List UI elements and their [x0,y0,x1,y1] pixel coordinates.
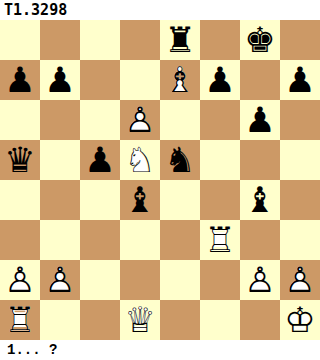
square-h8[interactable] [280,20,320,60]
square-g3[interactable] [240,220,280,260]
chess-board: ♜♚♟♟♝♗♟♟♟♙♟♛♟♞♘♞♝♝♜♖♟♙♟♙♟♙♟♙♜♖♛♕♚♔ [0,20,320,340]
square-b3[interactable] [40,220,80,260]
square-b8[interactable] [40,20,80,60]
piece-white-queen: ♕ [120,300,160,340]
square-c8[interactable] [80,20,120,60]
square-g2[interactable]: ♟♙ [240,260,280,300]
square-a8[interactable] [0,20,40,60]
piece-black-pawn: ♟ [240,100,280,140]
square-g1[interactable] [240,300,280,340]
square-e5[interactable]: ♞ [160,140,200,180]
square-d6[interactable]: ♟♙ [120,100,160,140]
square-g5[interactable] [240,140,280,180]
square-e6[interactable] [160,100,200,140]
square-h7[interactable]: ♟ [280,60,320,100]
square-b2[interactable]: ♟♙ [40,260,80,300]
square-f1[interactable] [200,300,240,340]
piece-white-knight: ♘ [120,140,160,180]
square-f6[interactable] [200,100,240,140]
piece-black-king: ♚ [240,20,280,60]
square-d7[interactable] [120,60,160,100]
piece-white-rook: ♖ [200,220,240,260]
square-a1[interactable]: ♜♖ [0,300,40,340]
square-c4[interactable] [80,180,120,220]
square-h4[interactable] [280,180,320,220]
piece-white-pawn: ♙ [0,260,40,300]
square-h3[interactable] [280,220,320,260]
piece-white-pawn: ♙ [240,260,280,300]
piece-white-pawn: ♙ [40,260,80,300]
square-a5[interactable]: ♛ [0,140,40,180]
square-c1[interactable] [80,300,120,340]
square-b4[interactable] [40,180,80,220]
square-a3[interactable] [0,220,40,260]
square-g6[interactable]: ♟ [240,100,280,140]
square-d8[interactable] [120,20,160,60]
piece-black-pawn: ♟ [80,140,120,180]
square-e3[interactable] [160,220,200,260]
square-h6[interactable] [280,100,320,140]
square-f5[interactable] [200,140,240,180]
title-bar: T1.3298 [0,0,320,20]
square-f4[interactable] [200,180,240,220]
puzzle-title: T1.3298 [4,1,67,19]
square-d4[interactable]: ♝ [120,180,160,220]
square-g7[interactable] [240,60,280,100]
square-b5[interactable] [40,140,80,180]
move-prompt: 1... ? [7,342,57,358]
footer-bar: 1... ? [0,340,320,360]
square-e4[interactable] [160,180,200,220]
piece-white-bishop: ♗ [160,60,200,100]
square-a2[interactable]: ♟♙ [0,260,40,300]
square-c5[interactable]: ♟ [80,140,120,180]
piece-white-rook: ♖ [0,300,40,340]
square-b7[interactable]: ♟ [40,60,80,100]
square-h1[interactable]: ♚♔ [280,300,320,340]
square-f8[interactable] [200,20,240,60]
square-f3[interactable]: ♜♖ [200,220,240,260]
square-c6[interactable] [80,100,120,140]
square-c2[interactable] [80,260,120,300]
square-d1[interactable]: ♛♕ [120,300,160,340]
square-h5[interactable] [280,140,320,180]
square-e8[interactable]: ♜ [160,20,200,60]
piece-black-pawn: ♟ [40,60,80,100]
piece-black-bishop: ♝ [240,180,280,220]
piece-white-pawn: ♙ [280,260,320,300]
square-a7[interactable]: ♟ [0,60,40,100]
square-e2[interactable] [160,260,200,300]
chess-puzzle-app: T1.3298 ♜♚♟♟♝♗♟♟♟♙♟♛♟♞♘♞♝♝♜♖♟♙♟♙♟♙♟♙♜♖♛♕… [0,0,320,360]
piece-black-pawn: ♟ [280,60,320,100]
piece-black-pawn: ♟ [0,60,40,100]
square-g8[interactable]: ♚ [240,20,280,60]
square-b6[interactable] [40,100,80,140]
square-e1[interactable] [160,300,200,340]
square-g4[interactable]: ♝ [240,180,280,220]
square-d5[interactable]: ♞♘ [120,140,160,180]
piece-black-queen: ♛ [0,140,40,180]
piece-black-pawn: ♟ [200,60,240,100]
square-c7[interactable] [80,60,120,100]
square-a4[interactable] [0,180,40,220]
square-a6[interactable] [0,100,40,140]
square-e7[interactable]: ♝♗ [160,60,200,100]
square-h2[interactable]: ♟♙ [280,260,320,300]
square-c3[interactable] [80,220,120,260]
piece-white-pawn: ♙ [120,100,160,140]
piece-white-king: ♔ [280,300,320,340]
square-d3[interactable] [120,220,160,260]
piece-black-knight: ♞ [160,140,200,180]
square-f7[interactable]: ♟ [200,60,240,100]
square-f2[interactable] [200,260,240,300]
piece-black-bishop: ♝ [120,180,160,220]
square-b1[interactable] [40,300,80,340]
square-d2[interactable] [120,260,160,300]
piece-black-rook: ♜ [160,20,200,60]
